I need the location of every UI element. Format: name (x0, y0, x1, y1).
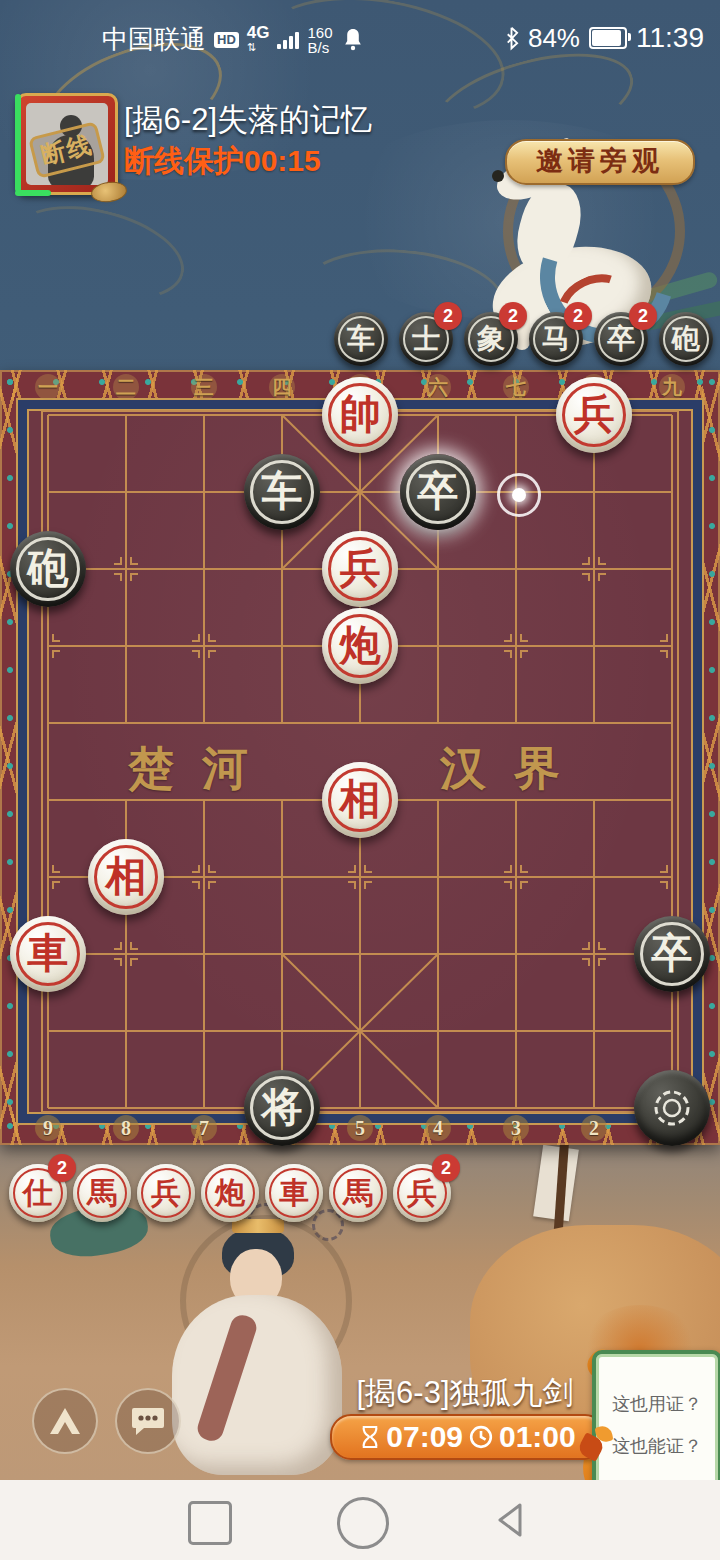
back-button[interactable] (492, 1500, 532, 1540)
board-piece-兵[interactable]: 兵 (322, 531, 398, 607)
file-label-top: 一 (35, 374, 61, 400)
capture-count-badge: 2 (564, 302, 592, 330)
board-piece-炮[interactable]: 炮 (322, 608, 398, 684)
next-stage-title: [揭6-3]独孤九剑 (318, 1372, 612, 1414)
move-timer: 01:00 (499, 1420, 576, 1454)
chat-bubble-icon (130, 1405, 166, 1437)
board-piece-车[interactable]: 车 (244, 454, 320, 530)
captured-piece-卒: 卒2 (594, 312, 648, 366)
status-left: 中国联通 HD 4G 160 B/s (102, 22, 365, 57)
file-label-top: 七 (503, 374, 529, 400)
captured-piece-馬: 馬 (329, 1164, 387, 1222)
android-nav-bar (0, 1480, 720, 1560)
capture-count-badge: 2 (48, 1154, 76, 1182)
timer-pill: 07:09 01:00 (330, 1414, 606, 1460)
status-right: 84% 11:39 (504, 22, 704, 54)
hidden-pattern-icon (649, 1085, 695, 1131)
network-type-label: 4G (247, 26, 270, 54)
disconnect-protection-timer: 断线保护00:15 (124, 141, 321, 182)
rank-label-bottom: 9 (35, 1115, 61, 1141)
signal-bars-icon (277, 31, 299, 49)
stage-timer: 07:09 (386, 1420, 463, 1454)
dialog-line-2: 这也能证？ (596, 1434, 718, 1458)
hourglass-icon (360, 1424, 380, 1450)
invite-spectate-button[interactable]: 邀请旁观 (505, 139, 695, 185)
captured-piece-马: 马2 (529, 312, 583, 366)
file-label-top: 四 (269, 374, 295, 400)
chat-button[interactable] (115, 1388, 181, 1454)
status-bar: 中国联通 HD 4G 160 B/s 84% 11:39 (0, 22, 720, 66)
menu-expand-button[interactable] (32, 1388, 98, 1454)
capture-count-badge: 2 (629, 302, 657, 330)
carrier-label: 中国联通 (102, 22, 206, 57)
board-piece-相[interactable]: 相 (322, 762, 398, 838)
xiangqi-board[interactable]: 楚河 汉界 一二三四五六七八九 987654321 帥兵车卒砲兵炮相相車卒将 (0, 370, 720, 1145)
app-root: 中国联通 HD 4G 160 B/s 84% 11:39 (0, 0, 720, 1560)
clock-icon (469, 1425, 493, 1449)
hd-badge: HD (214, 32, 239, 48)
gold-swirl-decoration (2, 190, 194, 316)
speed-unit: B/s (307, 39, 329, 56)
captured-piece-兵: 兵 (137, 1164, 195, 1222)
rank-label-bottom: 2 (581, 1115, 607, 1141)
bluetooth-icon (504, 25, 519, 51)
battery-percent: 84% (528, 23, 580, 54)
file-label-top: 三 (191, 374, 217, 400)
captured-piece-馬: 馬 (73, 1164, 131, 1222)
board-grid (0, 370, 720, 1145)
clock-label: 11:39 (636, 22, 704, 54)
capture-count-badge: 2 (432, 1154, 460, 1182)
bell-icon (341, 27, 365, 53)
mountain-arrow-icon (48, 1406, 82, 1436)
capture-count-badge: 2 (434, 302, 462, 330)
board-piece-帥[interactable]: 帥 (322, 377, 398, 453)
reconnect-progress-bar (15, 94, 21, 192)
buddha-body (172, 1295, 342, 1475)
hidden-piece[interactable] (634, 1070, 710, 1146)
board-piece-相[interactable]: 相 (88, 839, 164, 915)
capture-count-badge: 2 (499, 302, 527, 330)
rank-label-bottom: 8 (113, 1115, 139, 1141)
captured-piece-车: 车 (334, 312, 388, 366)
rank-label-bottom: 5 (347, 1115, 373, 1141)
captured-piece-車: 車 (265, 1164, 323, 1222)
rank-label-bottom: 4 (425, 1115, 451, 1141)
avatar-image: 断线 (26, 103, 108, 185)
river-text-chu: 楚河 (128, 738, 276, 800)
recents-button[interactable] (188, 1501, 232, 1545)
dialog-line-1: 这也用证？ (596, 1392, 718, 1416)
board-piece-兵[interactable]: 兵 (556, 377, 632, 453)
file-label-top: 二 (113, 374, 139, 400)
river-text-han: 汉界 (440, 738, 588, 800)
npc-dialog-card: 这也用证？ 这也能证？ (592, 1350, 720, 1500)
captured-piece-砲: 砲 (659, 312, 713, 366)
disconnected-stamp: 断线 (28, 121, 106, 179)
move-target-indicator[interactable] (497, 473, 541, 517)
board-piece-車[interactable]: 車 (10, 916, 86, 992)
home-button[interactable] (337, 1497, 389, 1549)
player-avatar[interactable]: 断线 (16, 93, 118, 195)
network-speed: 160 B/s (307, 25, 332, 55)
board-piece-卒[interactable]: 卒 (634, 916, 710, 992)
reconnect-progress-bar (15, 190, 51, 196)
captured-piece-士: 士2 (399, 312, 453, 366)
captured-piece-象: 象2 (464, 312, 518, 366)
battery-icon (589, 27, 627, 49)
captured-piece-兵: 兵2 (393, 1164, 451, 1222)
rank-label-bottom: 3 (503, 1115, 529, 1141)
board-piece-将[interactable]: 将 (244, 1070, 320, 1146)
buddha-crown (232, 1219, 284, 1233)
board-piece-砲[interactable]: 砲 (10, 531, 86, 607)
file-label-top: 六 (425, 374, 451, 400)
board-piece-卒[interactable]: 卒 (400, 454, 476, 530)
deer-nose (492, 170, 504, 182)
captured-piece-仕: 仕2 (9, 1164, 67, 1222)
stage-title: [揭6-2]失落的记忆 (124, 99, 372, 141)
rank-label-bottom: 7 (191, 1115, 217, 1141)
file-label-top: 九 (659, 374, 685, 400)
captured-piece-炮: 炮 (201, 1164, 259, 1222)
